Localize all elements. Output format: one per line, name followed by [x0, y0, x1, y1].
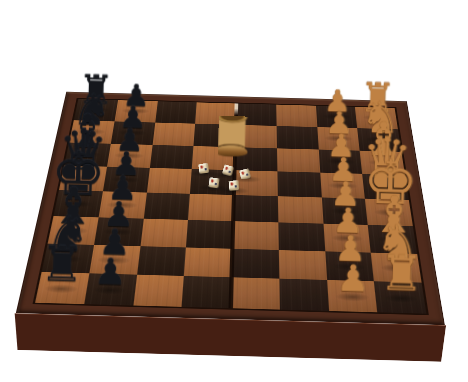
board-square [137, 246, 187, 276]
board-square [53, 190, 102, 217]
board-square [368, 225, 417, 254]
board-square [69, 120, 114, 143]
board-square [155, 101, 197, 123]
board-square [89, 244, 140, 274]
board-square [276, 104, 317, 126]
board-square [35, 272, 89, 304]
board-square [316, 106, 358, 128]
board-square [194, 123, 236, 146]
board-square [143, 192, 190, 219]
board-square [152, 122, 195, 145]
board-square [146, 168, 192, 194]
board-square [192, 146, 235, 171]
board-square [140, 218, 188, 247]
board-square [320, 173, 365, 199]
board-square [231, 277, 280, 309]
board-square [360, 150, 405, 175]
board-square [234, 170, 278, 196]
board-square [276, 126, 318, 149]
board-square [190, 169, 234, 195]
chess-board: ♜♞♝♛♚♝♞♜♟♟♟♟♟♟♟♟♟♟♟♟♟♟♟♟♜♞♝♛♚♝♞♜ [16, 92, 445, 325]
board-square [279, 250, 327, 280]
board-square [195, 102, 236, 124]
board-square [323, 223, 371, 252]
board-frame [16, 92, 445, 325]
board-square [235, 147, 278, 172]
board-square [374, 281, 426, 313]
board-square [355, 107, 398, 129]
board-square [94, 217, 143, 246]
board-square [321, 197, 368, 224]
board-square [362, 174, 408, 200]
camera-tilt: ♜♞♝♛♚♝♞♜♟♟♟♟♟♟♟♟♟♟♟♟♟♟♟♟♜♞♝♛♚♝♞♜ [0, 0, 468, 382]
board-square [318, 149, 362, 174]
board-square [42, 243, 94, 273]
board-square [235, 125, 277, 148]
board-square [64, 142, 110, 166]
board-square [107, 143, 152, 168]
board-square [182, 276, 232, 308]
board-square [325, 251, 374, 281]
board-square [233, 195, 278, 222]
board-square [277, 148, 320, 173]
board-square [232, 248, 280, 278]
board-square [317, 127, 360, 150]
board-square [236, 103, 277, 125]
board-square [98, 191, 146, 218]
board-square [149, 144, 193, 169]
board-square [279, 279, 328, 311]
board-square [365, 198, 413, 225]
board-square [232, 221, 278, 250]
board-square [103, 167, 150, 193]
board-square [114, 100, 157, 122]
board-square [277, 171, 321, 197]
board-square [186, 220, 233, 249]
board-square [188, 194, 234, 221]
board-square [59, 165, 107, 191]
board-square [327, 280, 378, 312]
board-surface [35, 99, 426, 314]
board-square [371, 252, 422, 282]
board-square [278, 222, 325, 251]
board-square [184, 247, 232, 277]
chess-set-photo: ♜♞♝♛♚♝♞♜♟♟♟♟♟♟♟♟♟♟♟♟♟♟♟♟♜♞♝♛♚♝♞♜ [0, 0, 468, 382]
board-square [48, 216, 99, 245]
board-square [357, 128, 401, 152]
board-square [278, 196, 323, 223]
board-square [74, 99, 118, 121]
board-square [111, 121, 155, 144]
board-square [133, 275, 184, 307]
board-square [84, 273, 137, 305]
